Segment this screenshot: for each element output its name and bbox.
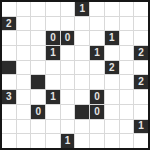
cell-r0c1[interactable] (17, 2, 31, 16)
cell-r6c2[interactable] (31, 90, 45, 104)
cell-r2c1[interactable] (17, 31, 31, 45)
cell-r7c7[interactable] (105, 105, 119, 119)
cell-r4c2[interactable] (31, 61, 45, 75)
cell-r3c9: 2 (134, 46, 148, 60)
cell-r1c1[interactable] (17, 17, 31, 31)
cell-r9c3[interactable] (46, 134, 60, 148)
cell-r7c9[interactable] (134, 105, 148, 119)
cell-r3c8[interactable] (120, 46, 134, 60)
cell-r4c0 (2, 61, 16, 75)
cell-r1c4[interactable] (61, 17, 75, 31)
cell-r9c7[interactable] (105, 134, 119, 148)
cell-r0c6[interactable] (90, 2, 104, 16)
cell-r4c8[interactable] (120, 61, 134, 75)
cell-r9c2[interactable] (31, 134, 45, 148)
cell-r9c6[interactable] (90, 134, 104, 148)
cell-r6c7[interactable] (105, 90, 119, 104)
cell-r3c2[interactable] (31, 46, 45, 60)
cell-r5c4[interactable] (61, 75, 75, 89)
cell-r7c1[interactable] (17, 105, 31, 119)
cell-r6c5[interactable] (75, 90, 89, 104)
cell-r7c8[interactable] (120, 105, 134, 119)
cell-r8c8[interactable] (120, 120, 134, 134)
cell-r6c3: 1 (46, 90, 60, 104)
cell-r0c8[interactable] (120, 2, 134, 16)
cell-r5c2 (31, 75, 45, 89)
cell-r3c5[interactable] (75, 46, 89, 60)
cell-r8c1[interactable] (17, 120, 31, 134)
cell-r5c8[interactable] (120, 75, 134, 89)
cell-r7c3[interactable] (46, 105, 60, 119)
cell-r0c9[interactable] (134, 2, 148, 16)
cell-r4c7: 2 (105, 61, 119, 75)
cell-r3c4[interactable] (61, 46, 75, 60)
cell-r6c1[interactable] (17, 90, 31, 104)
cell-r3c7[interactable] (105, 46, 119, 60)
cell-r7c6: 0 (90, 105, 104, 119)
cell-r4c6[interactable] (90, 61, 104, 75)
cell-r4c9[interactable] (134, 61, 148, 75)
cell-r1c8[interactable] (120, 17, 134, 31)
cell-r7c5 (75, 105, 89, 119)
cell-r3c1[interactable] (17, 46, 31, 60)
cell-r2c9[interactable] (134, 31, 148, 45)
cell-r0c3[interactable] (46, 2, 60, 16)
cell-r5c1[interactable] (17, 75, 31, 89)
cell-r2c2[interactable] (31, 31, 45, 45)
cell-r9c0[interactable] (2, 134, 16, 148)
cell-r3c3: 1 (46, 46, 60, 60)
cell-r4c1[interactable] (17, 61, 31, 75)
cell-r1c5[interactable] (75, 17, 89, 31)
cell-r4c3[interactable] (46, 61, 60, 75)
cell-r0c4[interactable] (61, 2, 75, 16)
cell-r5c9: 2 (134, 75, 148, 89)
cell-r1c6[interactable] (90, 17, 104, 31)
cell-r9c4: 1 (61, 134, 75, 148)
cell-r5c6[interactable] (90, 75, 104, 89)
cell-r7c0[interactable] (2, 105, 16, 119)
cell-r4c5[interactable] (75, 61, 89, 75)
cell-r8c4[interactable] (61, 120, 75, 134)
cell-r4c4[interactable] (61, 61, 75, 75)
cell-r8c0[interactable] (2, 120, 16, 134)
cell-r0c0[interactable] (2, 2, 16, 16)
cell-r1c3[interactable] (46, 17, 60, 31)
cell-r2c6[interactable] (90, 31, 104, 45)
cell-r9c9[interactable] (134, 134, 148, 148)
cell-r5c3[interactable] (46, 75, 60, 89)
cell-r8c5[interactable] (75, 120, 89, 134)
cell-r8c9: 1 (134, 120, 148, 134)
cell-r2c4: 0 (61, 31, 75, 45)
cell-r2c0[interactable] (2, 31, 16, 45)
cell-r8c2[interactable] (31, 120, 45, 134)
cell-r2c3: 0 (46, 31, 60, 45)
cell-r6c6: 0 (90, 90, 104, 104)
cell-r3c6: 1 (90, 46, 104, 60)
cell-r8c6[interactable] (90, 120, 104, 134)
cell-r7c2: 0 (31, 105, 45, 119)
cell-r6c8[interactable] (120, 90, 134, 104)
cell-r3c0[interactable] (2, 46, 16, 60)
cell-r5c5[interactable] (75, 75, 89, 89)
cell-r7c4[interactable] (61, 105, 75, 119)
cell-r1c7[interactable] (105, 17, 119, 31)
cell-r9c1[interactable] (17, 134, 31, 148)
cell-r1c0: 2 (2, 17, 16, 31)
puzzle-board: 12001112223100011 (0, 0, 150, 150)
cell-r9c8[interactable] (120, 134, 134, 148)
cell-r6c0: 3 (2, 90, 16, 104)
cell-r6c9[interactable] (134, 90, 148, 104)
cell-r8c7[interactable] (105, 120, 119, 134)
cell-r0c5: 1 (75, 2, 89, 16)
cell-r0c2[interactable] (31, 2, 45, 16)
cell-r2c8[interactable] (120, 31, 134, 45)
cell-r2c5[interactable] (75, 31, 89, 45)
cell-r2c7: 1 (105, 31, 119, 45)
cell-r9c5[interactable] (75, 134, 89, 148)
cell-r8c3[interactable] (46, 120, 60, 134)
cell-r0c7[interactable] (105, 2, 119, 16)
cell-r5c7[interactable] (105, 75, 119, 89)
cell-r6c4[interactable] (61, 90, 75, 104)
cell-r1c9[interactable] (134, 17, 148, 31)
cell-r5c0[interactable] (2, 75, 16, 89)
cell-r1c2[interactable] (31, 17, 45, 31)
